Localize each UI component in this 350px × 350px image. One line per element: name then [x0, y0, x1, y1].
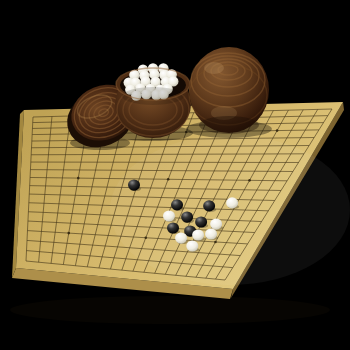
table-reflection — [10, 296, 330, 324]
white-stone — [226, 197, 238, 208]
goban-scene — [0, 0, 350, 350]
closed-bowl-base-shade — [199, 116, 259, 134]
black-stone — [128, 179, 140, 190]
go-set-photo — [0, 0, 350, 350]
black-stone — [195, 216, 207, 227]
black-stone — [167, 222, 179, 233]
open-bowl — [115, 63, 191, 138]
white-stone — [210, 218, 222, 229]
black-stone — [181, 211, 193, 222]
black-stone — [171, 199, 183, 210]
bowl-white-stones — [122, 63, 184, 105]
white-stone — [175, 232, 187, 243]
white-stone — [205, 228, 217, 239]
white-stone — [186, 240, 198, 251]
white-stone — [163, 210, 175, 221]
white-stone — [192, 229, 204, 240]
black-stone — [203, 200, 215, 211]
closed-bowl-highlight-top — [204, 62, 224, 74]
